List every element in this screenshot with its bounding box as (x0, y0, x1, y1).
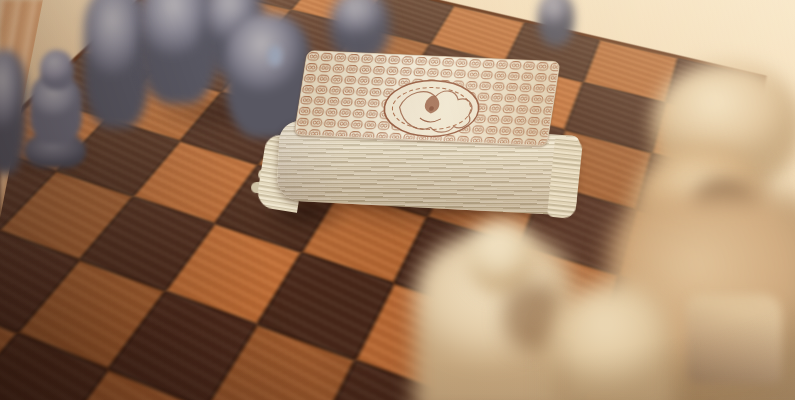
grey-chess-piece (268, 46, 282, 66)
square-e8 (430, 6, 525, 63)
square-d2 (108, 291, 257, 400)
square-b2 (0, 231, 80, 333)
card-back-medallion (380, 79, 483, 139)
square-b1 (0, 299, 18, 400)
square-e2 (205, 324, 355, 400)
top-card-back (293, 50, 560, 147)
cream-chess-piece (550, 284, 674, 400)
cream-chess-piece (686, 294, 782, 384)
card-back-glyph-grid (295, 51, 560, 145)
grey-chess-piece-focused (18, 44, 90, 170)
square-c4 (133, 141, 258, 224)
square-c1 (0, 333, 108, 400)
square-d3 (165, 224, 301, 325)
piece-head (40, 50, 74, 90)
grey-chess-piece (538, 0, 574, 46)
card-back-pattern (295, 51, 560, 145)
square-b3 (0, 171, 133, 260)
square-e3 (257, 252, 394, 360)
square-d1 (41, 369, 205, 400)
cream-chess-piece (468, 220, 534, 294)
square-c3 (80, 196, 215, 291)
photo-scene (0, 0, 795, 400)
square-c2 (18, 260, 166, 369)
